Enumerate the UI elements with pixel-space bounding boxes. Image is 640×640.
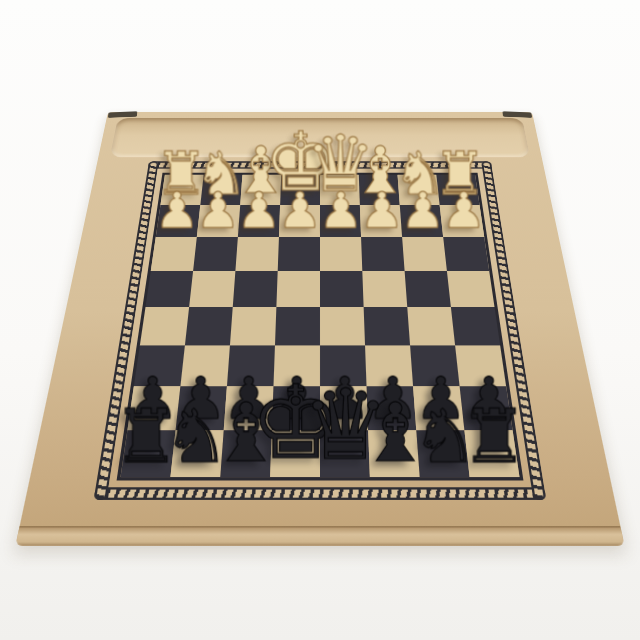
square-a8[interactable]: ♜ — [464, 430, 519, 477]
black-rook[interactable]: ♜ — [461, 400, 527, 474]
board-print-area: ♜♞♝♚♛♝♞♜♟♟♟♟♟♟♟♟♟♟♟♟♟♟♟♟♜♞♝♚♛♝♞♜ — [94, 161, 547, 500]
square-c5[interactable] — [364, 307, 410, 345]
square-b3[interactable] — [402, 237, 447, 271]
scene: ♜♞♝♚♛♝♞♜♟♟♟♟♟♟♟♟♟♟♟♟♟♟♟♟♜♞♝♚♛♝♞♜ — [0, 0, 640, 640]
square-e5[interactable] — [275, 307, 320, 345]
corner-hinge-mark-right — [502, 111, 532, 118]
square-f4[interactable] — [233, 271, 278, 307]
square-b5[interactable] — [407, 307, 455, 345]
square-g2[interactable]: ♟ — [197, 205, 240, 237]
square-d5[interactable] — [320, 307, 365, 345]
square-h3[interactable] — [151, 237, 197, 271]
square-c2[interactable]: ♟ — [360, 205, 402, 237]
photo-background: ♜♞♝♚♛♝♞♜♟♟♟♟♟♟♟♟♟♟♟♟♟♟♟♟♜♞♝♚♛♝♞♜ — [0, 0, 640, 640]
white-pawn[interactable]: ♟ — [400, 185, 444, 235]
chain-border-bottom — [94, 487, 547, 500]
white-pawn[interactable]: ♟ — [154, 185, 198, 235]
square-a2[interactable]: ♟ — [440, 205, 485, 237]
square-a5[interactable] — [451, 307, 500, 345]
square-c4[interactable] — [362, 271, 407, 307]
white-pawn[interactable]: ♟ — [318, 185, 362, 235]
white-pawn[interactable]: ♟ — [441, 185, 485, 235]
square-a4[interactable] — [447, 271, 495, 307]
chessboard: ♜♞♝♚♛♝♞♜♟♟♟♟♟♟♟♟♟♟♟♟♟♟♟♟♜♞♝♚♛♝♞♜ — [121, 175, 520, 477]
square-b4[interactable] — [405, 271, 451, 307]
white-pawn[interactable]: ♟ — [195, 185, 239, 235]
square-f3[interactable] — [235, 237, 279, 271]
square-e3[interactable] — [278, 237, 320, 271]
square-f2[interactable]: ♟ — [238, 205, 280, 237]
square-b2[interactable]: ♟ — [400, 205, 443, 237]
square-g5[interactable] — [185, 307, 233, 345]
square-c3[interactable] — [361, 237, 405, 271]
chess-box: ♜♞♝♚♛♝♞♜♟♟♟♟♟♟♟♟♟♟♟♟♟♟♟♟♜♞♝♚♛♝♞♜ — [15, 112, 624, 546]
square-g4[interactable] — [189, 271, 235, 307]
square-d3[interactable] — [320, 237, 362, 271]
square-f5[interactable] — [230, 307, 276, 345]
white-pawn[interactable]: ♟ — [359, 185, 403, 235]
square-a3[interactable] — [443, 237, 489, 271]
square-e2[interactable]: ♟ — [279, 205, 320, 237]
square-h4[interactable] — [145, 271, 193, 307]
box-front-edge — [15, 526, 624, 546]
white-pawn[interactable]: ♟ — [277, 185, 321, 235]
square-h2[interactable]: ♟ — [156, 205, 201, 237]
square-d2[interactable]: ♟ — [320, 205, 361, 237]
square-g3[interactable] — [193, 237, 238, 271]
corner-hinge-mark-left — [108, 111, 138, 118]
square-h5[interactable] — [140, 307, 189, 345]
square-e4[interactable] — [276, 271, 320, 307]
square-d4[interactable] — [320, 271, 364, 307]
white-pawn[interactable]: ♟ — [236, 185, 280, 235]
